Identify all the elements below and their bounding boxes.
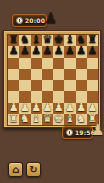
piece-white-queen[interactable]: ♛	[42, 113, 52, 124]
square-d7[interactable]: ♟	[42, 46, 53, 57]
square-b6[interactable]	[19, 58, 30, 69]
square-f5[interactable]	[64, 69, 75, 80]
square-f4[interactable]	[64, 80, 75, 91]
clock-icon	[16, 17, 23, 24]
square-h4[interactable]	[87, 80, 98, 91]
piece-white-knight[interactable]: ♞	[20, 113, 30, 124]
piece-black-pawn[interactable]: ♟	[42, 45, 52, 56]
piece-black-pawn[interactable]: ♟	[54, 45, 64, 56]
square-g6[interactable]	[76, 58, 87, 69]
square-h5[interactable]	[87, 69, 98, 80]
piece-black-pawn[interactable]: ♟	[9, 45, 19, 56]
square-e5[interactable]	[53, 69, 64, 80]
white-pawn-turn-indicator-icon: ♟	[91, 123, 104, 138]
square-c5[interactable]	[31, 69, 42, 80]
board-frame: ♜♞♝♛♚♝♞♜♟♟♟♟♟♟♟♟♟♟♟♟♟♟♟♟♜♞♝♛♚♝♞♜	[3, 30, 101, 128]
square-d5[interactable]	[42, 69, 53, 80]
square-d6[interactable]	[42, 58, 53, 69]
square-e4[interactable]	[53, 80, 64, 91]
square-d1[interactable]: ♛	[42, 114, 53, 125]
square-e6[interactable]	[53, 58, 64, 69]
square-h7[interactable]: ♟	[87, 46, 98, 57]
black-clock-badge: 20:00	[12, 14, 47, 27]
home-button[interactable]: ⌂	[8, 162, 23, 177]
piece-white-bishop[interactable]: ♝	[31, 113, 41, 124]
black-pawn-turn-indicator-icon: ♟	[44, 11, 57, 26]
piece-black-pawn[interactable]: ♟	[76, 45, 86, 56]
black-clock-time: 20:00	[25, 18, 45, 24]
clock-icon	[66, 129, 73, 136]
square-a4[interactable]	[8, 80, 19, 91]
square-e1[interactable]: ♚	[53, 114, 64, 125]
restart-button[interactable]: ↻	[26, 162, 41, 177]
piece-black-pawn[interactable]: ♟	[31, 45, 41, 56]
piece-white-bishop[interactable]: ♝	[65, 113, 75, 124]
home-icon: ⌂	[12, 164, 19, 174]
square-g1[interactable]: ♞	[76, 114, 87, 125]
piece-black-pawn[interactable]: ♟	[87, 45, 97, 56]
piece-black-pawn[interactable]: ♟	[65, 45, 75, 56]
square-b5[interactable]	[19, 69, 30, 80]
square-b4[interactable]	[19, 80, 30, 91]
square-c7[interactable]: ♟	[31, 46, 42, 57]
square-e7[interactable]: ♟	[53, 46, 64, 57]
piece-white-king[interactable]: ♚	[54, 113, 64, 124]
square-g4[interactable]	[76, 80, 87, 91]
chess-board[interactable]: ♜♞♝♛♚♝♞♜♟♟♟♟♟♟♟♟♟♟♟♟♟♟♟♟♜♞♝♛♚♝♞♜	[7, 34, 99, 126]
square-g5[interactable]	[76, 69, 87, 80]
square-g7[interactable]: ♟	[76, 46, 87, 57]
square-b1[interactable]: ♞	[19, 114, 30, 125]
square-a5[interactable]	[8, 69, 19, 80]
piece-black-pawn[interactable]: ♟	[20, 45, 30, 56]
white-clock-badge: 19:56	[62, 126, 93, 139]
square-a7[interactable]: ♟	[8, 46, 19, 57]
piece-white-rook[interactable]: ♜	[9, 113, 19, 124]
square-c1[interactable]: ♝	[31, 114, 42, 125]
piece-white-knight[interactable]: ♞	[76, 113, 86, 124]
square-c4[interactable]	[31, 80, 42, 91]
square-a1[interactable]: ♜	[8, 114, 19, 125]
square-d4[interactable]	[42, 80, 53, 91]
square-f1[interactable]: ♝	[64, 114, 75, 125]
square-b7[interactable]: ♟	[19, 46, 30, 57]
square-a6[interactable]	[8, 58, 19, 69]
square-f7[interactable]: ♟	[64, 46, 75, 57]
square-f6[interactable]	[64, 58, 75, 69]
restart-icon: ↻	[29, 164, 37, 174]
square-h6[interactable]	[87, 58, 98, 69]
square-c6[interactable]	[31, 58, 42, 69]
